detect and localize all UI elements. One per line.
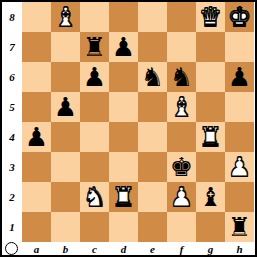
- piece-white-pawn: ♟: [225, 152, 254, 182]
- square-g5[interactable]: [196, 92, 225, 122]
- square-b7[interactable]: [51, 32, 80, 62]
- rank-labels: 87654321: [2, 2, 22, 242]
- square-g4[interactable]: ♜: [196, 122, 225, 152]
- square-b3[interactable]: [51, 152, 80, 182]
- square-g2[interactable]: ♝: [196, 182, 225, 212]
- square-h3[interactable]: ♟: [225, 152, 254, 182]
- square-d7[interactable]: ♟: [109, 32, 138, 62]
- file-label-f: f: [167, 242, 196, 255]
- file-label-b: b: [51, 242, 80, 255]
- piece-white-knight: ♞: [80, 182, 109, 212]
- square-d5[interactable]: [109, 92, 138, 122]
- square-f2[interactable]: ♟: [167, 182, 196, 212]
- square-g3[interactable]: [196, 152, 225, 182]
- square-g7[interactable]: [196, 32, 225, 62]
- piece-black-pawn: ♟: [51, 92, 80, 122]
- piece-black-pawn: ♟: [22, 122, 51, 152]
- square-d6[interactable]: [109, 62, 138, 92]
- square-h5[interactable]: [225, 92, 254, 122]
- file-label-d: d: [109, 242, 138, 255]
- piece-white-pawn: ♟: [167, 182, 196, 212]
- square-e5[interactable]: [138, 92, 167, 122]
- file-labels: abcdefgh: [22, 242, 254, 255]
- square-a6[interactable]: [22, 62, 51, 92]
- square-c6[interactable]: ♟: [80, 62, 109, 92]
- square-d8[interactable]: [109, 2, 138, 32]
- piece-white-bishop: ♝: [51, 2, 80, 32]
- piece-black-pawn: ♟: [225, 62, 254, 92]
- square-e7[interactable]: [138, 32, 167, 62]
- square-e1[interactable]: [138, 212, 167, 242]
- rank-label-6: 6: [2, 62, 22, 92]
- side-to-move-indicator: [5, 242, 18, 255]
- square-f5[interactable]: ♝: [167, 92, 196, 122]
- square-h2[interactable]: [225, 182, 254, 212]
- square-e6[interactable]: ♞: [138, 62, 167, 92]
- square-b5[interactable]: ♟: [51, 92, 80, 122]
- square-c4[interactable]: [80, 122, 109, 152]
- square-d3[interactable]: [109, 152, 138, 182]
- piece-black-rook: ♜: [225, 212, 254, 242]
- square-e8[interactable]: [138, 2, 167, 32]
- rank-label-7: 7: [2, 32, 22, 62]
- square-f1[interactable]: [167, 212, 196, 242]
- square-c7[interactable]: ♜: [80, 32, 109, 62]
- square-b1[interactable]: [51, 212, 80, 242]
- rank-label-3: 3: [2, 152, 22, 182]
- piece-black-king: ♚: [167, 152, 196, 182]
- square-g6[interactable]: [196, 62, 225, 92]
- square-a8[interactable]: [22, 2, 51, 32]
- square-a1[interactable]: [22, 212, 51, 242]
- square-h8[interactable]: ♚: [225, 2, 254, 32]
- piece-black-pawn: ♟: [109, 32, 138, 62]
- piece-black-knight: ♞: [167, 62, 196, 92]
- square-d4[interactable]: [109, 122, 138, 152]
- rank-label-5: 5: [2, 92, 22, 122]
- rank-label-8: 8: [2, 2, 22, 32]
- file-label-g: g: [196, 242, 225, 255]
- piece-white-rook: ♜: [109, 182, 138, 212]
- square-c2[interactable]: ♞: [80, 182, 109, 212]
- piece-white-bishop: ♝: [167, 92, 196, 122]
- piece-white-rook: ♜: [196, 122, 225, 152]
- square-h6[interactable]: ♟: [225, 62, 254, 92]
- square-f6[interactable]: ♞: [167, 62, 196, 92]
- square-f4[interactable]: [167, 122, 196, 152]
- square-c1[interactable]: [80, 212, 109, 242]
- piece-black-knight: ♞: [138, 62, 167, 92]
- square-h4[interactable]: [225, 122, 254, 152]
- square-b6[interactable]: [51, 62, 80, 92]
- square-b4[interactable]: [51, 122, 80, 152]
- file-label-c: c: [80, 242, 109, 255]
- rank-label-2: 2: [2, 182, 22, 212]
- square-c5[interactable]: [80, 92, 109, 122]
- square-a4[interactable]: ♟: [22, 122, 51, 152]
- piece-black-pawn: ♟: [80, 62, 109, 92]
- square-a7[interactable]: [22, 32, 51, 62]
- square-c8[interactable]: [80, 2, 109, 32]
- piece-white-queen: ♛: [196, 2, 225, 32]
- square-f7[interactable]: [167, 32, 196, 62]
- square-a3[interactable]: [22, 152, 51, 182]
- rank-label-1: 1: [2, 212, 22, 242]
- square-d2[interactable]: ♜: [109, 182, 138, 212]
- square-f3[interactable]: ♚: [167, 152, 196, 182]
- square-e3[interactable]: [138, 152, 167, 182]
- chess-board: ♝♛♚♜♟♟♞♞♟♟♝♟♜♚♟♞♜♟♝♜: [22, 2, 254, 242]
- chess-diagram: 87654321 ♝♛♚♜♟♟♞♞♟♟♝♟♜♚♟♞♜♟♝♜ abcdefgh: [0, 0, 257, 257]
- square-a2[interactable]: [22, 182, 51, 212]
- square-h7[interactable]: [225, 32, 254, 62]
- square-e4[interactable]: [138, 122, 167, 152]
- square-a5[interactable]: [22, 92, 51, 122]
- square-g8[interactable]: ♛: [196, 2, 225, 32]
- square-c3[interactable]: [80, 152, 109, 182]
- piece-white-king: ♚: [225, 2, 254, 32]
- file-label-h: h: [225, 242, 254, 255]
- square-e2[interactable]: [138, 182, 167, 212]
- square-g1[interactable]: [196, 212, 225, 242]
- square-b8[interactable]: ♝: [51, 2, 80, 32]
- square-d1[interactable]: [109, 212, 138, 242]
- rank-label-4: 4: [2, 122, 22, 152]
- square-h1[interactable]: ♜: [225, 212, 254, 242]
- file-label-e: e: [138, 242, 167, 255]
- piece-black-bishop: ♝: [196, 182, 225, 212]
- square-f8[interactable]: [167, 2, 196, 32]
- piece-black-rook: ♜: [80, 32, 109, 62]
- file-label-a: a: [22, 242, 51, 255]
- square-b2[interactable]: [51, 182, 80, 212]
